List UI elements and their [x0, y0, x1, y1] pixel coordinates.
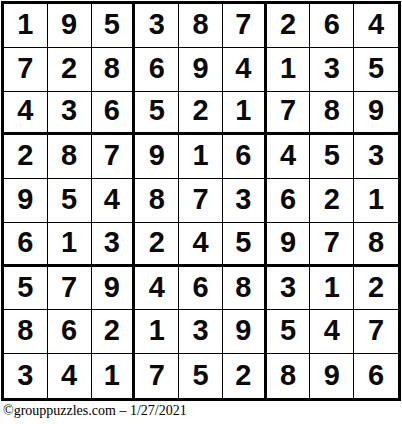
- cell-r8c9: 7: [354, 310, 398, 354]
- cell-r7c9: 2: [354, 267, 398, 311]
- sudoku-board: 1953872647286941354365217892879164539548…: [1, 1, 401, 401]
- cell-r9c5: 5: [179, 354, 223, 398]
- cell-r5c4: 8: [135, 179, 179, 223]
- cell-r3c9: 9: [354, 92, 398, 136]
- cell-r5c1: 9: [4, 179, 48, 223]
- cell-r6c6: 5: [223, 223, 267, 267]
- cell-r6c4: 2: [135, 223, 179, 267]
- cell-r3c3: 6: [92, 92, 136, 136]
- cell-r7c3: 9: [92, 267, 136, 311]
- cell-r3c2: 3: [48, 92, 92, 136]
- cell-r4c6: 6: [223, 135, 267, 179]
- cell-r6c8: 7: [310, 223, 354, 267]
- cell-r1c6: 7: [223, 4, 267, 48]
- cell-r5c9: 1: [354, 179, 398, 223]
- cell-r8c5: 3: [179, 310, 223, 354]
- cell-r1c9: 4: [354, 4, 398, 48]
- cell-r9c4: 7: [135, 354, 179, 398]
- cell-r8c6: 9: [223, 310, 267, 354]
- cell-r4c4: 9: [135, 135, 179, 179]
- cell-r6c3: 3: [92, 223, 136, 267]
- cell-r2c2: 2: [48, 48, 92, 92]
- cell-r5c6: 3: [223, 179, 267, 223]
- cell-r6c5: 4: [179, 223, 223, 267]
- cell-r4c1: 2: [4, 135, 48, 179]
- cell-r8c4: 1: [135, 310, 179, 354]
- cell-r6c9: 8: [354, 223, 398, 267]
- cell-r7c5: 6: [179, 267, 223, 311]
- cell-r8c3: 2: [92, 310, 136, 354]
- cell-r9c2: 4: [48, 354, 92, 398]
- cell-r7c6: 8: [223, 267, 267, 311]
- cell-r2c6: 4: [223, 48, 267, 92]
- cell-r1c5: 8: [179, 4, 223, 48]
- cell-r6c2: 1: [48, 223, 92, 267]
- cell-r1c4: 3: [135, 4, 179, 48]
- cell-r3c8: 8: [310, 92, 354, 136]
- cell-r1c8: 6: [310, 4, 354, 48]
- cell-r3c5: 2: [179, 92, 223, 136]
- cell-r4c7: 4: [267, 135, 311, 179]
- cell-r6c7: 9: [267, 223, 311, 267]
- cell-r9c1: 3: [4, 354, 48, 398]
- cell-r4c2: 8: [48, 135, 92, 179]
- cell-r2c3: 8: [92, 48, 136, 92]
- cell-r2c1: 7: [4, 48, 48, 92]
- sudoku-page: 1953872647286941354365217892879164539548…: [0, 0, 402, 424]
- cell-r4c5: 1: [179, 135, 223, 179]
- cell-r8c8: 4: [310, 310, 354, 354]
- cell-r2c8: 3: [310, 48, 354, 92]
- cell-r4c9: 3: [354, 135, 398, 179]
- cell-r1c1: 1: [4, 4, 48, 48]
- cell-r5c2: 5: [48, 179, 92, 223]
- cell-r6c1: 6: [4, 223, 48, 267]
- cell-r7c8: 1: [310, 267, 354, 311]
- cell-r7c2: 7: [48, 267, 92, 311]
- cell-r2c9: 5: [354, 48, 398, 92]
- cell-r9c6: 2: [223, 354, 267, 398]
- cell-r5c8: 2: [310, 179, 354, 223]
- cell-r2c4: 6: [135, 48, 179, 92]
- copyright-footer: ©grouppuzzles.com – 1/27/2021: [3, 403, 187, 419]
- cell-r9c3: 1: [92, 354, 136, 398]
- cell-r8c2: 6: [48, 310, 92, 354]
- cell-r3c6: 1: [223, 92, 267, 136]
- cell-r9c7: 8: [267, 354, 311, 398]
- cell-r8c7: 5: [267, 310, 311, 354]
- cell-r7c4: 4: [135, 267, 179, 311]
- cell-r1c3: 5: [92, 4, 136, 48]
- cell-r1c7: 2: [267, 4, 311, 48]
- cell-r9c8: 9: [310, 354, 354, 398]
- cell-r5c5: 7: [179, 179, 223, 223]
- cell-r3c1: 4: [4, 92, 48, 136]
- cell-r2c5: 9: [179, 48, 223, 92]
- cell-r7c1: 5: [4, 267, 48, 311]
- cell-r9c9: 6: [354, 354, 398, 398]
- cell-r3c7: 7: [267, 92, 311, 136]
- cell-r5c3: 4: [92, 179, 136, 223]
- cell-r5c7: 6: [267, 179, 311, 223]
- cell-r2c7: 1: [267, 48, 311, 92]
- cell-r1c2: 9: [48, 4, 92, 48]
- cell-r4c3: 7: [92, 135, 136, 179]
- cell-r7c7: 3: [267, 267, 311, 311]
- cell-r8c1: 8: [4, 310, 48, 354]
- cell-r3c4: 5: [135, 92, 179, 136]
- cell-r4c8: 5: [310, 135, 354, 179]
